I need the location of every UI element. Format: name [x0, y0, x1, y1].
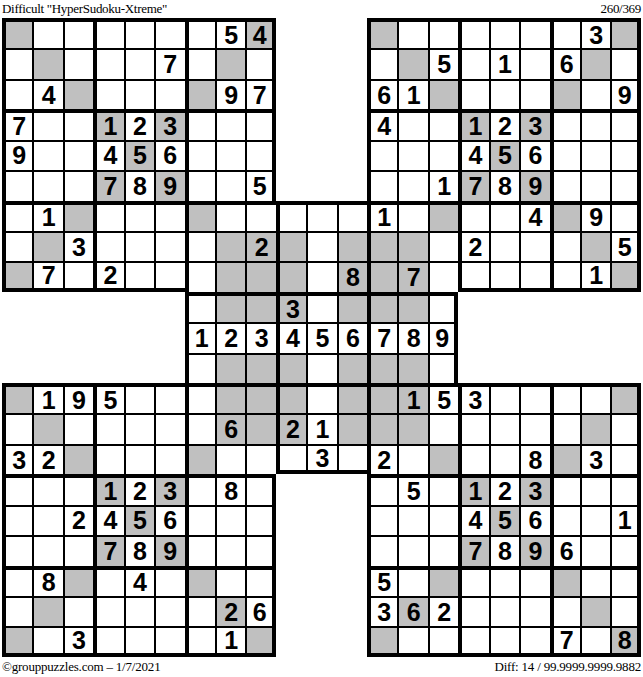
cell-r3c1[interactable]	[2, 79, 32, 109]
cell-r7c11[interactable]	[306, 201, 336, 231]
cell-r8c19[interactable]	[550, 231, 580, 261]
cell-r9c7[interactable]	[185, 261, 215, 291]
cell-r3c9[interactable]: 7	[245, 79, 275, 109]
cell-r11c10[interactable]: 4	[276, 322, 306, 352]
cell-r9c20[interactable]: 1	[580, 261, 610, 291]
cell-r16c5[interactable]: 2	[124, 474, 154, 504]
cell-r13c21[interactable]	[610, 383, 640, 413]
cell-r18c7[interactable]	[185, 535, 215, 565]
cell-r9c10[interactable]	[276, 261, 306, 291]
cell-r13c14[interactable]: 1	[397, 383, 427, 413]
cell-r15c16[interactable]	[458, 444, 488, 474]
cell-r4c3[interactable]	[63, 109, 93, 139]
cell-r21c4[interactable]	[93, 626, 123, 656]
cell-r19c18[interactable]	[519, 566, 549, 596]
cell-r15c8[interactable]	[215, 444, 245, 474]
cell-r8c14[interactable]	[397, 231, 427, 261]
cell-r3c7[interactable]	[185, 79, 215, 109]
cell-r1c17[interactable]	[489, 18, 519, 48]
cell-r1c18[interactable]	[519, 18, 549, 48]
cell-r14c6[interactable]	[154, 413, 184, 443]
cell-r20c17[interactable]	[489, 596, 519, 626]
cell-r11c9[interactable]: 3	[245, 322, 275, 352]
cell-r5c20[interactable]	[580, 140, 610, 170]
cell-r3c8[interactable]: 9	[215, 79, 245, 109]
cell-r6c2[interactable]	[32, 170, 62, 200]
cell-r19c20[interactable]	[580, 566, 610, 596]
cell-r15c2[interactable]: 2	[32, 444, 62, 474]
cell-r1c6[interactable]	[154, 18, 184, 48]
cell-r8c2[interactable]	[32, 231, 62, 261]
cell-r1c15[interactable]	[428, 18, 458, 48]
cell-r7c19[interactable]	[550, 201, 580, 231]
cell-r15c3[interactable]	[63, 444, 93, 474]
cell-r16c6[interactable]: 3	[154, 474, 184, 504]
cell-r4c15[interactable]	[428, 109, 458, 139]
cell-r6c1[interactable]	[2, 170, 32, 200]
cell-r16c8[interactable]: 8	[215, 474, 245, 504]
cell-r14c9[interactable]	[245, 413, 275, 443]
cell-r3c17[interactable]	[489, 79, 519, 109]
cell-r20c13[interactable]: 3	[367, 596, 397, 626]
cell-r14c8[interactable]: 6	[215, 413, 245, 443]
cell-r4c5[interactable]: 2	[124, 109, 154, 139]
cell-r21c15[interactable]	[428, 626, 458, 656]
cell-r4c20[interactable]	[580, 109, 610, 139]
cell-r1c7[interactable]	[185, 18, 215, 48]
cell-r4c18[interactable]: 3	[519, 109, 549, 139]
cell-r3c6[interactable]	[154, 79, 184, 109]
cell-r18c6[interactable]: 9	[154, 535, 184, 565]
cell-r14c15[interactable]	[428, 413, 458, 443]
cell-r21c13[interactable]	[367, 626, 397, 656]
cell-r2c4[interactable]	[93, 48, 123, 78]
cell-r3c2[interactable]: 4	[32, 79, 62, 109]
cell-r13c18[interactable]	[519, 383, 549, 413]
cell-r13c15[interactable]: 5	[428, 383, 458, 413]
cell-r20c16[interactable]	[458, 596, 488, 626]
cell-r20c5[interactable]	[124, 596, 154, 626]
cell-r13c12[interactable]	[337, 383, 367, 413]
cell-r18c20[interactable]	[580, 535, 610, 565]
cell-r8c16[interactable]: 2	[458, 231, 488, 261]
cell-r7c18[interactable]: 4	[519, 201, 549, 231]
cell-r19c3[interactable]	[63, 566, 93, 596]
cell-r15c9[interactable]	[245, 444, 275, 474]
cell-r4c2[interactable]	[32, 109, 62, 139]
cell-r6c21[interactable]	[610, 170, 640, 200]
cell-r3c3[interactable]	[63, 79, 93, 109]
cell-r15c19[interactable]	[550, 444, 580, 474]
cell-r3c5[interactable]	[124, 79, 154, 109]
cell-r17c19[interactable]	[550, 505, 580, 535]
cell-r8c15[interactable]	[428, 231, 458, 261]
cell-r5c19[interactable]	[550, 140, 580, 170]
cell-r17c20[interactable]	[580, 505, 610, 535]
cell-r5c4[interactable]: 4	[93, 140, 123, 170]
cell-r13c3[interactable]: 9	[63, 383, 93, 413]
cell-r19c14[interactable]	[397, 566, 427, 596]
cell-r1c5[interactable]	[124, 18, 154, 48]
cell-r10c7[interactable]	[185, 292, 215, 322]
cell-r15c18[interactable]: 8	[519, 444, 549, 474]
cell-r14c19[interactable]	[550, 413, 580, 443]
cell-r8c17[interactable]	[489, 231, 519, 261]
cell-r13c2[interactable]: 1	[32, 383, 62, 413]
cell-r13c17[interactable]	[489, 383, 519, 413]
cell-r1c20[interactable]: 3	[580, 18, 610, 48]
cell-r15c6[interactable]	[154, 444, 184, 474]
cell-r9c21[interactable]	[610, 261, 640, 291]
cell-r12c9[interactable]	[245, 353, 275, 383]
cell-r2c15[interactable]: 5	[428, 48, 458, 78]
cell-r2c16[interactable]	[458, 48, 488, 78]
cell-r11c14[interactable]: 8	[397, 322, 427, 352]
cell-r20c18[interactable]	[519, 596, 549, 626]
cell-r15c5[interactable]	[124, 444, 154, 474]
cell-r5c15[interactable]	[428, 140, 458, 170]
cell-r15c17[interactable]	[489, 444, 519, 474]
cell-r4c21[interactable]	[610, 109, 640, 139]
cell-r6c14[interactable]	[397, 170, 427, 200]
cell-r1c9[interactable]: 4	[245, 18, 275, 48]
cell-r6c13[interactable]	[367, 170, 397, 200]
cell-r10c15[interactable]	[428, 292, 458, 322]
cell-r16c13[interactable]	[367, 474, 397, 504]
cell-r20c8[interactable]: 2	[215, 596, 245, 626]
cell-r19c16[interactable]	[458, 566, 488, 596]
cell-r9c16[interactable]	[458, 261, 488, 291]
cell-r8c5[interactable]	[124, 231, 154, 261]
cell-r16c19[interactable]	[550, 474, 580, 504]
cell-r19c7[interactable]	[185, 566, 215, 596]
cell-r12c8[interactable]	[215, 353, 245, 383]
cell-r6c9[interactable]: 5	[245, 170, 275, 200]
cell-r9c12[interactable]: 8	[337, 261, 367, 291]
cell-r11c15[interactable]: 9	[428, 322, 458, 352]
cell-r10c8[interactable]	[215, 292, 245, 322]
cell-r7c21[interactable]	[610, 201, 640, 231]
cell-r19c5[interactable]: 4	[124, 566, 154, 596]
cell-r2c17[interactable]: 1	[489, 48, 519, 78]
cell-r4c16[interactable]: 1	[458, 109, 488, 139]
cell-r14c12[interactable]	[337, 413, 367, 443]
cell-r16c18[interactable]: 3	[519, 474, 549, 504]
cell-r7c3[interactable]	[63, 201, 93, 231]
cell-r15c1[interactable]: 3	[2, 444, 32, 474]
cell-r9c6[interactable]	[154, 261, 184, 291]
cell-r6c6[interactable]: 9	[154, 170, 184, 200]
cell-r18c9[interactable]	[245, 535, 275, 565]
cell-r9c9[interactable]	[245, 261, 275, 291]
cell-r7c7[interactable]	[185, 201, 215, 231]
cell-r6c5[interactable]: 8	[124, 170, 154, 200]
cell-r16c1[interactable]	[2, 474, 32, 504]
cell-r21c17[interactable]	[489, 626, 519, 656]
cell-r7c20[interactable]: 9	[580, 201, 610, 231]
cell-r6c15[interactable]: 1	[428, 170, 458, 200]
cell-r3c15[interactable]	[428, 79, 458, 109]
cell-r17c9[interactable]	[245, 505, 275, 535]
cell-r7c13[interactable]: 1	[367, 201, 397, 231]
cell-r13c16[interactable]: 3	[458, 383, 488, 413]
cell-r6c4[interactable]: 7	[93, 170, 123, 200]
cell-r5c16[interactable]: 4	[458, 140, 488, 170]
cell-r1c4[interactable]	[93, 18, 123, 48]
cell-r18c21[interactable]	[610, 535, 640, 565]
cell-r5c9[interactable]	[245, 140, 275, 170]
cell-r19c2[interactable]: 8	[32, 566, 62, 596]
cell-r18c13[interactable]	[367, 535, 397, 565]
cell-r12c7[interactable]	[185, 353, 215, 383]
cell-r14c2[interactable]	[32, 413, 62, 443]
cell-r3c19[interactable]	[550, 79, 580, 109]
cell-r20c20[interactable]	[580, 596, 610, 626]
cell-r12c12[interactable]	[337, 353, 367, 383]
cell-r5c3[interactable]	[63, 140, 93, 170]
cell-r14c13[interactable]	[367, 413, 397, 443]
cell-r13c8[interactable]	[215, 383, 245, 413]
cell-r16c9[interactable]	[245, 474, 275, 504]
cell-r14c10[interactable]: 2	[276, 413, 306, 443]
cell-r16c17[interactable]: 2	[489, 474, 519, 504]
cell-r17c6[interactable]: 6	[154, 505, 184, 535]
cell-r9c19[interactable]	[550, 261, 580, 291]
cell-r10c10[interactable]: 3	[276, 292, 306, 322]
cell-r18c14[interactable]	[397, 535, 427, 565]
cell-r8c1[interactable]	[2, 231, 32, 261]
cell-r4c9[interactable]	[245, 109, 275, 139]
cell-r17c16[interactable]: 4	[458, 505, 488, 535]
cell-r6c16[interactable]: 7	[458, 170, 488, 200]
cell-r8c12[interactable]	[337, 231, 367, 261]
cell-r13c13[interactable]	[367, 383, 397, 413]
cell-r4c1[interactable]: 7	[2, 109, 32, 139]
cell-r10c9[interactable]	[245, 292, 275, 322]
cell-r17c4[interactable]: 4	[93, 505, 123, 535]
cell-r13c1[interactable]	[2, 383, 32, 413]
cell-r16c14[interactable]: 5	[397, 474, 427, 504]
cell-r21c7[interactable]	[185, 626, 215, 656]
cell-r11c12[interactable]: 6	[337, 322, 367, 352]
cell-r20c7[interactable]	[185, 596, 215, 626]
cell-r6c8[interactable]	[215, 170, 245, 200]
cell-r16c2[interactable]	[32, 474, 62, 504]
cell-r11c7[interactable]: 1	[185, 322, 215, 352]
cell-r14c14[interactable]	[397, 413, 427, 443]
cell-r13c9[interactable]	[245, 383, 275, 413]
cell-r16c3[interactable]	[63, 474, 93, 504]
cell-r19c21[interactable]	[610, 566, 640, 596]
cell-r6c17[interactable]: 8	[489, 170, 519, 200]
cell-r15c7[interactable]	[185, 444, 215, 474]
cell-r15c15[interactable]	[428, 444, 458, 474]
cell-r14c7[interactable]	[185, 413, 215, 443]
cell-r6c19[interactable]	[550, 170, 580, 200]
cell-r13c5[interactable]	[124, 383, 154, 413]
cell-r11c13[interactable]: 7	[367, 322, 397, 352]
cell-r17c2[interactable]	[32, 505, 62, 535]
cell-r11c8[interactable]: 2	[215, 322, 245, 352]
cell-r8c8[interactable]	[215, 231, 245, 261]
cell-r20c14[interactable]: 6	[397, 596, 427, 626]
cell-r7c16[interactable]	[458, 201, 488, 231]
cell-r1c21[interactable]	[610, 18, 640, 48]
cell-r9c17[interactable]	[489, 261, 519, 291]
cell-r2c5[interactable]	[124, 48, 154, 78]
cell-r15c10[interactable]	[276, 444, 306, 474]
cell-r6c18[interactable]: 9	[519, 170, 549, 200]
cell-r21c9[interactable]	[245, 626, 275, 656]
cell-r16c15[interactable]	[428, 474, 458, 504]
cell-r5c13[interactable]	[367, 140, 397, 170]
cell-r7c10[interactable]	[276, 201, 306, 231]
cell-r15c11[interactable]: 3	[306, 444, 336, 474]
cell-r5c1[interactable]: 9	[2, 140, 32, 170]
cell-r12c11[interactable]	[306, 353, 336, 383]
cell-r21c18[interactable]	[519, 626, 549, 656]
cell-r7c5[interactable]	[124, 201, 154, 231]
cell-r4c13[interactable]: 4	[367, 109, 397, 139]
cell-r20c19[interactable]	[550, 596, 580, 626]
cell-r9c2[interactable]: 7	[32, 261, 62, 291]
cell-r14c4[interactable]	[93, 413, 123, 443]
cell-r8c18[interactable]	[519, 231, 549, 261]
cell-r20c1[interactable]	[2, 596, 32, 626]
cell-r19c15[interactable]	[428, 566, 458, 596]
cell-r21c8[interactable]: 1	[215, 626, 245, 656]
cell-r5c7[interactable]	[185, 140, 215, 170]
cell-r7c14[interactable]	[397, 201, 427, 231]
cell-r13c7[interactable]	[185, 383, 215, 413]
cell-r7c1[interactable]	[2, 201, 32, 231]
cell-r3c4[interactable]	[93, 79, 123, 109]
cell-r11c11[interactable]: 5	[306, 322, 336, 352]
cell-r14c3[interactable]	[63, 413, 93, 443]
cell-r9c4[interactable]: 2	[93, 261, 123, 291]
cell-r6c7[interactable]	[185, 170, 215, 200]
cell-r1c1[interactable]	[2, 18, 32, 48]
cell-r2c8[interactable]	[215, 48, 245, 78]
cell-r9c5[interactable]	[124, 261, 154, 291]
cell-r2c14[interactable]	[397, 48, 427, 78]
cell-r13c19[interactable]	[550, 383, 580, 413]
cell-r10c12[interactable]	[337, 292, 367, 322]
cell-r2c20[interactable]	[580, 48, 610, 78]
cell-r17c5[interactable]: 5	[124, 505, 154, 535]
cell-r7c6[interactable]	[154, 201, 184, 231]
cell-r8c20[interactable]	[580, 231, 610, 261]
cell-r20c15[interactable]: 2	[428, 596, 458, 626]
cell-r19c6[interactable]	[154, 566, 184, 596]
cell-r8c21[interactable]: 5	[610, 231, 640, 261]
cell-r13c6[interactable]	[154, 383, 184, 413]
cell-r8c4[interactable]	[93, 231, 123, 261]
cell-r13c20[interactable]	[580, 383, 610, 413]
cell-r9c8[interactable]	[215, 261, 245, 291]
cell-r1c16[interactable]	[458, 18, 488, 48]
cell-r20c21[interactable]	[610, 596, 640, 626]
cell-r17c7[interactable]	[185, 505, 215, 535]
cell-r21c20[interactable]	[580, 626, 610, 656]
cell-r15c12[interactable]	[337, 444, 367, 474]
cell-r4c14[interactable]	[397, 109, 427, 139]
cell-r13c4[interactable]: 5	[93, 383, 123, 413]
cell-r12c10[interactable]	[276, 353, 306, 383]
cell-r14c11[interactable]: 1	[306, 413, 336, 443]
cell-r19c19[interactable]	[550, 566, 580, 596]
cell-r18c15[interactable]	[428, 535, 458, 565]
cell-r1c13[interactable]	[367, 18, 397, 48]
cell-r9c3[interactable]	[63, 261, 93, 291]
cell-r14c21[interactable]	[610, 413, 640, 443]
cell-r17c14[interactable]	[397, 505, 427, 535]
cell-r19c1[interactable]	[2, 566, 32, 596]
cell-r3c16[interactable]	[458, 79, 488, 109]
cell-r21c14[interactable]	[397, 626, 427, 656]
cell-r9c11[interactable]	[306, 261, 336, 291]
cell-r18c1[interactable]	[2, 535, 32, 565]
cell-r13c10[interactable]	[276, 383, 306, 413]
cell-r14c16[interactable]	[458, 413, 488, 443]
cell-r19c13[interactable]: 5	[367, 566, 397, 596]
cell-r20c9[interactable]: 6	[245, 596, 275, 626]
cell-r1c2[interactable]	[32, 18, 62, 48]
cell-r15c13[interactable]: 2	[367, 444, 397, 474]
cell-r15c14[interactable]	[397, 444, 427, 474]
cell-r18c16[interactable]: 7	[458, 535, 488, 565]
cell-r18c17[interactable]: 8	[489, 535, 519, 565]
cell-r8c7[interactable]	[185, 231, 215, 261]
cell-r21c5[interactable]	[124, 626, 154, 656]
cell-r19c8[interactable]	[215, 566, 245, 596]
cell-r14c5[interactable]	[124, 413, 154, 443]
cell-r8c3[interactable]: 3	[63, 231, 93, 261]
cell-r5c21[interactable]	[610, 140, 640, 170]
cell-r18c2[interactable]	[32, 535, 62, 565]
cell-r3c20[interactable]	[580, 79, 610, 109]
cell-r16c4[interactable]: 1	[93, 474, 123, 504]
cell-r17c13[interactable]	[367, 505, 397, 535]
cell-r4c19[interactable]	[550, 109, 580, 139]
cell-r17c21[interactable]: 1	[610, 505, 640, 535]
cell-r17c8[interactable]	[215, 505, 245, 535]
cell-r5c8[interactable]	[215, 140, 245, 170]
cell-r1c19[interactable]	[550, 18, 580, 48]
cell-r5c17[interactable]: 5	[489, 140, 519, 170]
cell-r10c11[interactable]	[306, 292, 336, 322]
cell-r9c1[interactable]	[2, 261, 32, 291]
cell-r21c1[interactable]	[2, 626, 32, 656]
cell-r15c4[interactable]	[93, 444, 123, 474]
cell-r18c19[interactable]: 6	[550, 535, 580, 565]
cell-r17c1[interactable]	[2, 505, 32, 535]
cell-r10c14[interactable]	[397, 292, 427, 322]
cell-r8c13[interactable]	[367, 231, 397, 261]
cell-r1c8[interactable]: 5	[215, 18, 245, 48]
cell-r1c14[interactable]	[397, 18, 427, 48]
cell-r4c8[interactable]	[215, 109, 245, 139]
cell-r2c2[interactable]	[32, 48, 62, 78]
cell-r21c2[interactable]	[32, 626, 62, 656]
cell-r9c14[interactable]: 7	[397, 261, 427, 291]
cell-r7c12[interactable]	[337, 201, 367, 231]
cell-r15c21[interactable]	[610, 444, 640, 474]
cell-r14c20[interactable]	[580, 413, 610, 443]
cell-r20c3[interactable]	[63, 596, 93, 626]
cell-r5c14[interactable]	[397, 140, 427, 170]
cell-r3c18[interactable]	[519, 79, 549, 109]
